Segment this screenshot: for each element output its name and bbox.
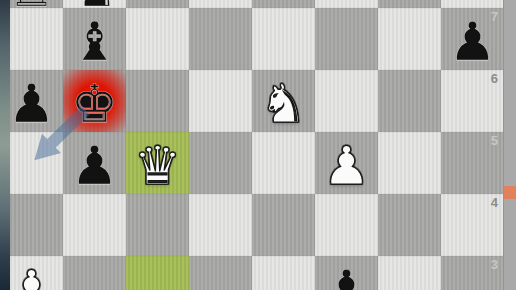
square-f5[interactable]: ♟ [315, 132, 378, 194]
square-d5[interactable] [189, 132, 252, 194]
square-c5[interactable]: ♛ [126, 132, 189, 194]
piece-white-knight[interactable]: ♞ [252, 73, 315, 135]
square-d4[interactable] [189, 194, 252, 256]
piece-black-pawn[interactable]: ♟ [315, 259, 378, 290]
square-h8[interactable] [441, 0, 504, 8]
square-h7[interactable]: ♟7 [441, 8, 504, 70]
square-d3[interactable] [189, 256, 252, 290]
square-d6[interactable] [189, 70, 252, 132]
square-g7[interactable] [378, 8, 441, 70]
square-c6[interactable] [126, 70, 189, 132]
rank-label-4: 4 [491, 195, 498, 210]
square-e4[interactable] [252, 194, 315, 256]
piece-white-queen[interactable]: ♛ [126, 135, 189, 197]
square-f7[interactable] [315, 8, 378, 70]
square-h6[interactable]: 6 [441, 70, 504, 132]
square-e7[interactable] [252, 8, 315, 70]
square-f4[interactable] [315, 194, 378, 256]
square-f6[interactable] [315, 70, 378, 132]
square-c8[interactable] [126, 0, 189, 8]
rank-label-5: 5 [491, 133, 498, 148]
square-h5[interactable]: 5 [441, 132, 504, 194]
square-e3[interactable] [252, 256, 315, 290]
square-b7[interactable]: ♝ [63, 8, 126, 70]
square-c3[interactable] [126, 256, 189, 290]
square-f3[interactable]: ♟ [315, 256, 378, 290]
square-b6[interactable]: ♚ [63, 70, 126, 132]
square-g4[interactable] [378, 194, 441, 256]
rank-label-3: 3 [491, 257, 498, 272]
square-g8[interactable] [378, 0, 441, 8]
square-f8[interactable] [315, 0, 378, 8]
rank-label-6: 6 [491, 71, 498, 86]
rank-label-7: 7 [491, 9, 498, 24]
square-c4[interactable] [126, 194, 189, 256]
scrollbar-marker[interactable] [504, 186, 516, 199]
chess-board[interactable]: ♜♞♝♟7♟♚♞6♟♛♟54♟♟3 [0, 0, 504, 290]
square-b5[interactable]: ♟ [63, 132, 126, 194]
piece-black-bishop[interactable]: ♝ [63, 11, 126, 73]
chess-app-frame: ♜♞♝♟7♟♚♞6♟♛♟54♟♟3 [0, 0, 516, 290]
piece-white-pawn[interactable]: ♟ [315, 135, 378, 197]
left-video-edge [0, 0, 10, 290]
square-d8[interactable] [189, 0, 252, 8]
piece-black-pawn[interactable]: ♟ [63, 135, 126, 197]
square-b4[interactable] [63, 194, 126, 256]
square-e8[interactable] [252, 0, 315, 8]
square-c7[interactable] [126, 8, 189, 70]
square-e6[interactable]: ♞ [252, 70, 315, 132]
square-g3[interactable] [378, 256, 441, 290]
square-b3[interactable] [63, 256, 126, 290]
square-e5[interactable] [252, 132, 315, 194]
square-d7[interactable] [189, 8, 252, 70]
square-b8[interactable]: ♞ [63, 0, 126, 8]
square-h4[interactable]: 4 [441, 194, 504, 256]
square-h3[interactable]: 3 [441, 256, 504, 290]
right-scrollbar[interactable] [503, 0, 516, 290]
piece-black-king[interactable]: ♚ [63, 73, 126, 135]
square-g5[interactable] [378, 132, 441, 194]
square-g6[interactable] [378, 70, 441, 132]
